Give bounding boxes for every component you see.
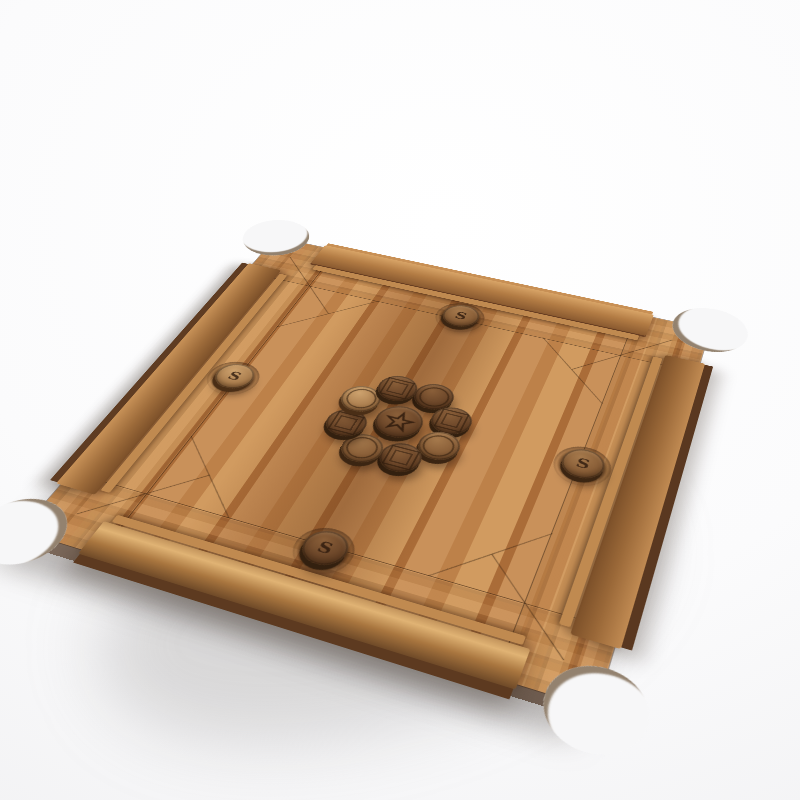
queen-disc[interactable]: ☆ [368, 402, 430, 442]
engraved-circle-symbol [418, 432, 459, 460]
product-photo-scene: ☆SSSS [0, 0, 800, 800]
engraved-square-symbol-inner [440, 413, 463, 428]
engraved-s-letter: S [574, 456, 591, 471]
engraved-square-symbol [379, 377, 415, 400]
engraved-circle-symbol [415, 384, 454, 409]
engraved-square-symbol [327, 411, 365, 435]
engraved-square-symbol-inner [334, 415, 358, 430]
engraved-square-symbol-inner [389, 449, 413, 465]
engraved-star-symbol: ☆ [377, 407, 421, 438]
engraved-s-letter: S [225, 370, 244, 383]
engraved-square-symbol [434, 408, 470, 432]
engraved-circle-symbol [341, 386, 381, 411]
engraved-square-symbol [382, 445, 420, 471]
engraved-square-symbol-inner [386, 381, 409, 395]
engraved-circle-symbol [341, 434, 383, 462]
symbol-wrap: ☆ [368, 402, 430, 442]
engraved-s-letter: S [453, 310, 469, 321]
engraved-s-letter: S [315, 539, 336, 557]
